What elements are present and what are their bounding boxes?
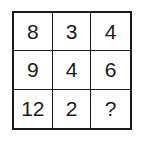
cell-r2c3: 6 — [91, 51, 130, 89]
cell-r3c1: 12 — [14, 90, 53, 128]
cell-r1c3: 4 — [91, 13, 130, 51]
cell-r2c1: 9 — [14, 51, 53, 89]
cell-r1c2: 3 — [53, 13, 92, 51]
cell-r3c3-missing: ? — [91, 90, 130, 128]
cell-r3c2: 2 — [53, 90, 92, 128]
puzzle-grid: 834946122? — [12, 11, 132, 130]
cell-r1c1: 8 — [14, 13, 53, 51]
cell-r2c2: 4 — [53, 51, 92, 89]
